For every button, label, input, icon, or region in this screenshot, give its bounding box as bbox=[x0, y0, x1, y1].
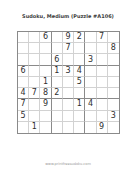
cell-r5c5 bbox=[63, 77, 74, 88]
cell-r3c5 bbox=[63, 54, 74, 65]
cell-r8c2 bbox=[29, 111, 40, 122]
cell-r9c1 bbox=[18, 122, 29, 133]
cell-r4c8 bbox=[97, 66, 108, 77]
cell-r3c8 bbox=[97, 54, 108, 65]
cell-r9c2: 1 bbox=[29, 122, 40, 133]
sudoku-print-page: { "header": { "title": "Sudoku, Medium (… bbox=[0, 0, 136, 176]
cell-r5c1 bbox=[18, 77, 29, 88]
cell-r8c4 bbox=[52, 111, 63, 122]
cell-r6c2: 7 bbox=[29, 88, 40, 99]
cell-r7c2 bbox=[29, 99, 40, 110]
cell-r6c8 bbox=[97, 88, 108, 99]
cell-r5c3: 1 bbox=[40, 77, 51, 88]
cell-r5c8 bbox=[97, 77, 108, 88]
cell-r1c8: 7 bbox=[97, 32, 108, 43]
cell-r6c5 bbox=[63, 88, 74, 99]
cell-r2c5: 7 bbox=[63, 43, 74, 54]
cell-r2c7 bbox=[85, 43, 96, 54]
cell-r7c7: 4 bbox=[85, 99, 96, 110]
cell-r1c4 bbox=[52, 32, 63, 43]
cell-r1c7 bbox=[85, 32, 96, 43]
cell-r6c9 bbox=[108, 88, 119, 99]
cell-r4c6: 4 bbox=[74, 66, 85, 77]
cell-r9c3 bbox=[40, 122, 51, 133]
cell-r2c4 bbox=[52, 43, 63, 54]
cell-r5c2 bbox=[29, 77, 40, 88]
cell-r3c1 bbox=[18, 54, 29, 65]
cell-r2c2 bbox=[29, 43, 40, 54]
cell-r1c6: 2 bbox=[74, 32, 85, 43]
cell-r9c9 bbox=[108, 122, 119, 133]
cell-r7c1: 7 bbox=[18, 99, 29, 110]
cell-r8c1: 5 bbox=[18, 111, 29, 122]
cell-r3c7: 3 bbox=[85, 54, 96, 65]
cell-r7c3: 9 bbox=[40, 99, 51, 110]
cell-r5c4 bbox=[52, 77, 63, 88]
cell-r8c3 bbox=[40, 111, 51, 122]
cell-r4c3 bbox=[40, 66, 51, 77]
cell-r1c3: 6 bbox=[40, 32, 51, 43]
cell-r8c8 bbox=[97, 111, 108, 122]
cell-r1c5: 9 bbox=[63, 32, 74, 43]
cell-r9c6 bbox=[74, 122, 85, 133]
cell-r6c7 bbox=[85, 88, 96, 99]
cell-r9c5 bbox=[63, 122, 74, 133]
cell-r2c8 bbox=[97, 43, 108, 54]
cell-r9c7 bbox=[85, 122, 96, 133]
page-title: Sudoku, Medium (Puzzle #A106) bbox=[0, 13, 136, 20]
cell-r5c7 bbox=[85, 77, 96, 88]
cell-r7c8 bbox=[97, 99, 108, 110]
cell-r8c9: 3 bbox=[108, 111, 119, 122]
cell-r3c9 bbox=[108, 54, 119, 65]
cell-r4c2 bbox=[29, 66, 40, 77]
cell-r4c7 bbox=[85, 66, 96, 77]
cell-r6c6 bbox=[74, 88, 85, 99]
cell-r3c4: 6 bbox=[52, 54, 63, 65]
cell-r9c4 bbox=[52, 122, 63, 133]
cell-r2c1 bbox=[18, 43, 29, 54]
cell-r8c5 bbox=[63, 111, 74, 122]
cell-r5c6: 5 bbox=[74, 77, 85, 88]
cell-r4c1: 6 bbox=[18, 66, 29, 77]
cell-r6c3: 8 bbox=[40, 88, 51, 99]
cell-r6c1: 4 bbox=[18, 88, 29, 99]
cell-r7c4 bbox=[52, 99, 63, 110]
cell-r2c3 bbox=[40, 43, 51, 54]
cell-r1c2 bbox=[29, 32, 40, 43]
cell-r9c8: 9 bbox=[97, 122, 108, 133]
sudoku-grid: 69277863613415478279145319 bbox=[17, 31, 120, 134]
cell-r2c6 bbox=[74, 43, 85, 54]
cell-r7c5 bbox=[63, 99, 74, 110]
cell-r4c5: 3 bbox=[63, 66, 74, 77]
cell-r3c3 bbox=[40, 54, 51, 65]
cell-r3c6 bbox=[74, 54, 85, 65]
footer-url: www.printfreesudoku.com bbox=[0, 162, 136, 167]
cell-r8c6 bbox=[74, 111, 85, 122]
cell-r7c9 bbox=[108, 99, 119, 110]
cell-r4c4: 1 bbox=[52, 66, 63, 77]
cell-r3c2 bbox=[29, 54, 40, 65]
cell-r2c9: 8 bbox=[108, 43, 119, 54]
cell-r7c6: 1 bbox=[74, 99, 85, 110]
cell-r4c9 bbox=[108, 66, 119, 77]
cell-r1c1 bbox=[18, 32, 29, 43]
cell-r5c9 bbox=[108, 77, 119, 88]
cell-r1c9 bbox=[108, 32, 119, 43]
cell-r8c7 bbox=[85, 111, 96, 122]
cell-r6c4: 2 bbox=[52, 88, 63, 99]
